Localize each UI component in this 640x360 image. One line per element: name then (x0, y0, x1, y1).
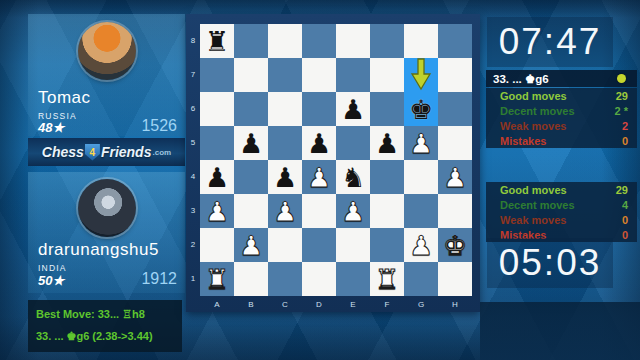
square-d6[interactable] (302, 92, 336, 126)
stat-value: 4 (622, 199, 628, 211)
square-h5[interactable] (438, 126, 472, 160)
piece-black-knight: ♞ (336, 160, 370, 194)
stat-label: Weak moves (500, 214, 622, 226)
stat-value: 0 (622, 214, 628, 226)
file-label-f: F (370, 298, 404, 311)
piece-white-pawn: ♟ (404, 126, 438, 160)
clock-black: 07:47 (487, 17, 613, 67)
board-grid: ♜♟♚♟♟♟♟♟♟♟♞♟♟♟♟♟♟♚♜♜ (200, 24, 472, 296)
file-labels: ABCDEFGH (200, 298, 472, 311)
file-label-b: B (234, 298, 268, 311)
player-panel-white: drarunangshu5 INDIA 50★ 1912 (28, 172, 185, 293)
square-c3[interactable]: ♟ (268, 194, 302, 228)
square-g4[interactable] (404, 160, 438, 194)
clock-white: 05:03 (487, 238, 613, 288)
last-move-row: 33. ... ♚g6 (486, 70, 637, 87)
file-label-g: G (404, 298, 438, 311)
stat-value: 29 (616, 184, 628, 196)
file-label-e: E (336, 298, 370, 311)
square-g8[interactable] (404, 24, 438, 58)
piece-black-pawn: ♟ (234, 126, 268, 160)
square-e6[interactable]: ♟ (336, 92, 370, 126)
square-c8[interactable] (268, 24, 302, 58)
stats-white: Good moves 29 Decent moves 4 Weak moves … (486, 182, 637, 242)
background-shade (480, 302, 640, 360)
stat-label: Good moves (500, 90, 616, 102)
player-country-white: INDIA (38, 263, 67, 273)
square-h3[interactable] (438, 194, 472, 228)
stats-black: Good moves 29 Decent moves 2 * Weak move… (486, 88, 637, 148)
square-f8[interactable] (370, 24, 404, 58)
piece-white-pawn: ♟ (404, 228, 438, 262)
square-e7[interactable] (336, 58, 370, 92)
square-e2[interactable] (336, 228, 370, 262)
square-d4[interactable]: ♟ (302, 160, 336, 194)
square-d8[interactable] (302, 24, 336, 58)
clock-white-time: 05:03 (499, 242, 602, 284)
move-quality-dot (617, 74, 626, 83)
stat-row-decent: Decent moves 4 (486, 197, 637, 212)
move-arrow-icon (404, 58, 438, 92)
square-c6[interactable] (268, 92, 302, 126)
stat-label: Good moves (500, 184, 616, 196)
rank-label-8: 8 (186, 24, 200, 58)
square-f2[interactable] (370, 228, 404, 262)
square-h8[interactable] (438, 24, 472, 58)
played-move-eval-line: 33. ... ♚g6 (2.38->3.44) (36, 330, 153, 343)
chess-board: 87654321 ♜♟♚♟♟♟♟♟♟♟♞♟♟♟♟♟♟♚♜♜ ABCDEFGH (186, 14, 480, 312)
stat-label: Decent moves (500, 199, 622, 211)
stat-row-good: Good moves 29 (486, 88, 637, 103)
square-f5[interactable]: ♟ (370, 126, 404, 160)
rank-label-3: 3 (186, 194, 200, 228)
square-a4[interactable]: ♟ (200, 160, 234, 194)
piece-white-king: ♚ (438, 228, 472, 262)
square-e8[interactable] (336, 24, 370, 58)
stat-label: Weak moves (500, 120, 622, 132)
piece-white-pawn: ♟ (336, 194, 370, 228)
rank-label-4: 4 (186, 160, 200, 194)
rank-label-1: 1 (186, 262, 200, 296)
piece-black-pawn: ♟ (200, 160, 234, 194)
square-g7[interactable] (404, 58, 438, 92)
stat-label: Decent moves (500, 105, 615, 117)
square-b6[interactable] (234, 92, 268, 126)
file-label-a: A (200, 298, 234, 311)
square-a1[interactable]: ♜ (200, 262, 234, 296)
square-b7[interactable] (234, 58, 268, 92)
square-d1[interactable] (302, 262, 336, 296)
game-screen: Tomac RUSSIA 48★ 1526 Chess4Friends.com … (0, 0, 640, 360)
stat-value: 2 (622, 120, 628, 132)
piece-black-rook: ♜ (200, 24, 234, 58)
square-a8[interactable]: ♜ (200, 24, 234, 58)
square-e4[interactable]: ♞ (336, 160, 370, 194)
player-stars-black: 48★ (38, 120, 64, 135)
stat-value: 0 (622, 229, 628, 241)
piece-black-pawn: ♟ (370, 126, 404, 160)
square-d7[interactable] (302, 58, 336, 92)
stat-row-decent: Decent moves 2 * (486, 103, 637, 118)
square-b5[interactable]: ♟ (234, 126, 268, 160)
square-c5[interactable] (268, 126, 302, 160)
square-d3[interactable] (302, 194, 336, 228)
stat-row-good: Good moves 29 (486, 182, 637, 197)
square-d2[interactable] (302, 228, 336, 262)
square-f6[interactable] (370, 92, 404, 126)
piece-white-pawn: ♟ (438, 160, 472, 194)
square-h6[interactable] (438, 92, 472, 126)
stat-label: Mistakes (500, 135, 622, 147)
square-e1[interactable] (336, 262, 370, 296)
logo-text-friends: Friends (101, 144, 152, 160)
square-g6[interactable]: ♚ (404, 92, 438, 126)
square-g3[interactable] (404, 194, 438, 228)
square-b3[interactable] (234, 194, 268, 228)
rank-labels: 87654321 (186, 24, 200, 296)
square-e5[interactable] (336, 126, 370, 160)
chess4friends-logo: Chess4Friends.com (28, 138, 185, 166)
square-a7[interactable] (200, 58, 234, 92)
square-h4[interactable]: ♟ (438, 160, 472, 194)
square-h7[interactable] (438, 58, 472, 92)
square-c2[interactable] (268, 228, 302, 262)
square-c1[interactable] (268, 262, 302, 296)
stat-row-weak: Weak moves 2 (486, 118, 637, 133)
square-b2[interactable]: ♟ (234, 228, 268, 262)
clock-black-time: 07:47 (499, 21, 602, 63)
square-h1[interactable] (438, 262, 472, 296)
player-rating-black: 1526 (141, 117, 177, 135)
square-b4[interactable] (234, 160, 268, 194)
piece-white-rook: ♜ (370, 262, 404, 296)
best-move-box: Best Move: 33... ♖h8 33. ... ♚g6 (2.38->… (28, 300, 182, 352)
file-label-c: C (268, 298, 302, 311)
player-panel-black: Tomac RUSSIA 48★ 1526 (28, 14, 185, 136)
square-g2[interactable]: ♟ (404, 228, 438, 262)
player-stars-white: 50★ (38, 273, 64, 288)
best-move-line: Best Move: 33... ♖h8 (36, 308, 145, 321)
stat-row-weak: Weak moves 0 (486, 212, 637, 227)
square-f3[interactable] (370, 194, 404, 228)
avatar-white-player (78, 179, 136, 237)
square-f1[interactable]: ♜ (370, 262, 404, 296)
player-name-black: Tomac (38, 88, 91, 108)
piece-white-pawn: ♟ (234, 228, 268, 262)
square-b1[interactable] (234, 262, 268, 296)
avatar-black-player (78, 22, 136, 80)
logo-shield-icon: 4 (85, 144, 100, 161)
square-h2[interactable]: ♚ (438, 228, 472, 262)
player-name-white: drarunangshu5 (38, 240, 159, 260)
stat-value: 0 (622, 135, 628, 147)
square-g1[interactable] (404, 262, 438, 296)
square-c7[interactable] (268, 58, 302, 92)
square-a6[interactable] (200, 92, 234, 126)
piece-white-pawn: ♟ (268, 194, 302, 228)
rank-label-7: 7 (186, 58, 200, 92)
piece-white-pawn: ♟ (200, 194, 234, 228)
square-b8[interactable] (234, 24, 268, 58)
logo-text-com: .com (152, 148, 171, 157)
square-f7[interactable] (370, 58, 404, 92)
piece-white-rook: ♜ (200, 262, 234, 296)
stat-value: 2 * (615, 105, 628, 117)
player-rating-white: 1912 (141, 270, 177, 288)
square-d5[interactable]: ♟ (302, 126, 336, 160)
stat-row-mistakes: Mistakes 0 (486, 133, 637, 148)
file-label-d: D (302, 298, 336, 311)
square-g5[interactable]: ♟ (404, 126, 438, 160)
piece-black-pawn: ♟ (336, 92, 370, 126)
rank-label-2: 2 (186, 228, 200, 262)
file-label-h: H (438, 298, 472, 311)
square-c4[interactable]: ♟ (268, 160, 302, 194)
stat-value: 29 (616, 90, 628, 102)
logo-text-chess: Chess (42, 144, 84, 160)
rank-label-6: 6 (186, 92, 200, 126)
square-a3[interactable]: ♟ (200, 194, 234, 228)
square-e3[interactable]: ♟ (336, 194, 370, 228)
square-a5[interactable] (200, 126, 234, 160)
piece-black-king: ♚ (404, 92, 438, 126)
last-move-text: 33. ... ♚g6 (486, 72, 617, 86)
piece-white-pawn: ♟ (302, 160, 336, 194)
rank-label-5: 5 (186, 126, 200, 160)
piece-black-pawn: ♟ (302, 126, 336, 160)
square-a2[interactable] (200, 228, 234, 262)
square-f4[interactable] (370, 160, 404, 194)
piece-black-pawn: ♟ (268, 160, 302, 194)
